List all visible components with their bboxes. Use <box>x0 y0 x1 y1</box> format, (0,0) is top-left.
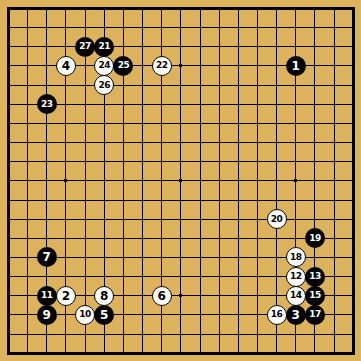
stone-white-14-Q4: 14 <box>286 286 306 306</box>
stone-move-number: 26 <box>98 81 110 90</box>
grid-line-horizontal <box>7 334 355 335</box>
stone-black-9-C3: 9 <box>37 305 57 325</box>
stone-black-7-C6: 7 <box>37 247 57 267</box>
stone-black-11-C4: 11 <box>37 286 57 306</box>
hoshi-point <box>179 64 182 67</box>
grid-line-vertical <box>334 7 335 355</box>
stone-black-27-E17: 27 <box>75 37 95 57</box>
stone-move-number: 16 <box>271 310 283 319</box>
stone-move-number: 24 <box>98 61 110 70</box>
stone-move-number: 18 <box>290 253 302 262</box>
stone-move-number: 7 <box>43 251 51 263</box>
stone-move-number: 9 <box>43 309 51 321</box>
stone-move-number: 10 <box>79 310 91 319</box>
stone-move-number: 21 <box>98 42 110 51</box>
hoshi-point <box>294 179 297 182</box>
stone-white-24-F16: 24 <box>94 56 114 76</box>
stone-move-number: 1 <box>292 60 300 72</box>
stone-black-19-R7: 19 <box>305 228 325 248</box>
stone-white-2-D4: 2 <box>56 286 76 306</box>
stone-move-number: 11 <box>41 291 53 300</box>
stone-move-number: 8 <box>100 290 108 302</box>
grid-line-vertical <box>352 7 355 355</box>
stone-white-6-J4: 6 <box>152 286 172 306</box>
grid-line-horizontal <box>7 219 355 220</box>
stone-move-number: 17 <box>309 310 321 319</box>
stone-black-15-R4: 15 <box>305 286 325 306</box>
stone-move-number: 14 <box>290 291 302 300</box>
stone-black-5-F3: 5 <box>94 305 114 325</box>
grid-line-horizontal <box>7 352 355 355</box>
stone-move-number: 20 <box>271 215 283 224</box>
stone-white-26-F15: 26 <box>94 75 114 95</box>
go-board[interactable]: 1234567891011121314151617181920212223242… <box>0 0 361 361</box>
stone-move-number: 27 <box>79 42 91 51</box>
stone-move-number: 23 <box>41 100 53 109</box>
grid-line-vertical <box>238 7 239 355</box>
stone-black-1-Q16: 1 <box>286 56 306 76</box>
grid-line-vertical <box>276 7 277 355</box>
stone-move-number: 2 <box>62 290 70 302</box>
stone-black-3-Q3: 3 <box>286 305 306 325</box>
hoshi-point <box>179 294 182 297</box>
stone-black-21-F17: 21 <box>94 37 114 57</box>
stone-move-number: 3 <box>292 309 300 321</box>
stone-move-number: 22 <box>156 61 168 70</box>
stone-move-number: 19 <box>309 234 321 243</box>
stone-white-12-Q5: 12 <box>286 267 306 287</box>
stone-white-4-D16: 4 <box>56 56 76 76</box>
grid-line-vertical <box>257 7 258 355</box>
stone-move-number: 25 <box>118 61 130 70</box>
stone-black-23-C14: 23 <box>37 94 57 114</box>
grid-line-vertical <box>200 7 201 355</box>
go-diagram-page: 1234567891011121314151617181920212223242… <box>0 0 361 361</box>
stone-move-number: 15 <box>309 291 321 300</box>
stone-white-18-Q6: 18 <box>286 247 306 267</box>
hoshi-point <box>179 179 182 182</box>
grid-line-vertical <box>219 7 220 355</box>
stone-white-8-F4: 8 <box>94 286 114 306</box>
stone-black-13-R5: 13 <box>305 267 325 287</box>
stone-move-number: 4 <box>62 60 70 72</box>
hoshi-point <box>64 179 67 182</box>
stone-white-10-E3: 10 <box>75 305 95 325</box>
stone-move-number: 12 <box>290 272 302 281</box>
stone-move-number: 5 <box>100 309 108 321</box>
stone-black-17-R3: 17 <box>305 305 325 325</box>
stone-white-16-P3: 16 <box>267 305 287 325</box>
stone-move-number: 6 <box>158 290 166 302</box>
stone-black-25-G16: 25 <box>113 56 133 76</box>
stone-move-number: 13 <box>309 272 321 281</box>
grid-line-horizontal <box>7 200 355 201</box>
stone-white-22-J16: 22 <box>152 56 172 76</box>
grid-line-horizontal <box>7 238 355 239</box>
stone-white-20-P8: 20 <box>267 209 287 229</box>
